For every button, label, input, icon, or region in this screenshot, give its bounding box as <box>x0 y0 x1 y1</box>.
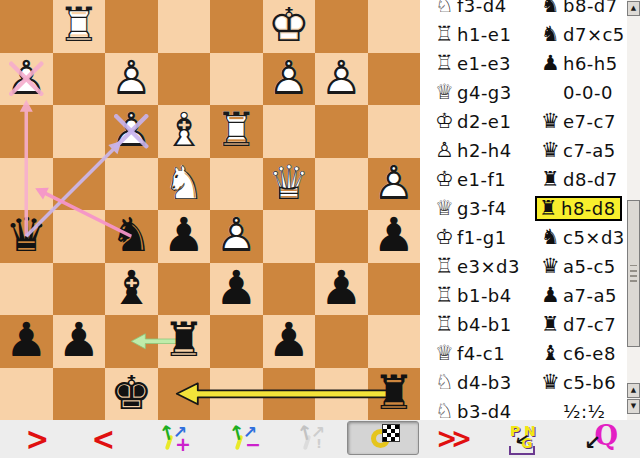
white-move-text: g4-g3 <box>457 82 512 103</box>
white-move-13[interactable]: ♕f4-c1 <box>420 343 538 364</box>
black-move-2[interactable]: ♞d7×c5 <box>538 24 625 45</box>
fast-forward-button-icon: >> <box>436 423 466 455</box>
square-b2[interactable] <box>53 53 106 106</box>
move-wrap: ♛c7-a5 <box>541 140 616 161</box>
white-move-2[interactable]: ♖h1-e1 <box>420 24 538 45</box>
move-row-10: ♖e3×d3♛a5-c5 <box>420 252 627 281</box>
black-r-icon: ♜ <box>541 314 563 335</box>
piece-bP-g6[interactable]: ♟ <box>315 263 368 316</box>
square-f5[interactable] <box>263 210 316 263</box>
move-wrap: ♜d7-c7 <box>541 314 616 335</box>
white-Q-icon: ♕ <box>435 343 457 364</box>
white-move-10[interactable]: ♖e3×d3 <box>420 256 538 277</box>
square-g3[interactable] <box>315 105 368 158</box>
black-q-icon: ♛ <box>541 111 563 132</box>
square-h4[interactable]: ♟♙ <box>368 158 421 211</box>
square-h5[interactable]: ♟ <box>368 210 421 263</box>
square-b3[interactable] <box>53 105 106 158</box>
black-move-12[interactable]: ♜d7-c7 <box>538 314 616 335</box>
square-d7[interactable]: ♜ <box>158 315 211 368</box>
retreat-marks-button[interactable]: ↑↗− <box>228 420 262 458</box>
square-c4[interactable] <box>105 158 158 211</box>
square-h1[interactable] <box>368 0 421 53</box>
moves-disabled-button-icon: ↑↗! <box>296 422 330 456</box>
square-d8[interactable] <box>158 368 211 421</box>
square-d2[interactable] <box>158 53 211 106</box>
square-d6[interactable] <box>158 263 211 316</box>
square-h6[interactable] <box>368 263 421 316</box>
square-e6[interactable]: ♟ <box>210 263 263 316</box>
square-b4[interactable] <box>53 158 106 211</box>
black-move-6[interactable]: ♛c7-a5 <box>538 140 616 161</box>
move-row-15: ♘b3-d4½:½ <box>420 397 627 420</box>
move-row-1: ♘f3-d4♞b8-d7 <box>420 0 627 20</box>
piece-wR-e3[interactable]: ♜♖ <box>210 105 263 158</box>
square-e3[interactable]: ♜♖ <box>210 105 263 158</box>
black-move-7[interactable]: ♜d8-d7 <box>538 169 618 190</box>
piece-wB-d3[interactable]: ♝♗ <box>158 105 211 158</box>
square-e4[interactable] <box>210 158 263 211</box>
piece-wP-g2[interactable]: ♟♙ <box>315 53 368 106</box>
white-move-text: f3-d4 <box>457 0 507 16</box>
square-h7[interactable] <box>368 315 421 368</box>
square-g6[interactable]: ♟ <box>315 263 368 316</box>
white-move-9[interactable]: ♔f1-g1 <box>420 227 538 248</box>
scroll-thumb-grip <box>630 265 637 283</box>
square-b7[interactable]: ♟ <box>53 315 106 368</box>
piece-wN-d4[interactable]: ♞♘ <box>158 158 211 211</box>
square-d4[interactable]: ♞♘ <box>158 158 211 211</box>
black-move-text: c7-a5 <box>563 140 616 161</box>
piece-wQ-f4[interactable]: ♛♕ <box>263 158 316 211</box>
scroll-down-button[interactable]: ▼ <box>627 399 640 414</box>
piece-bP-d5[interactable]: ♟ <box>158 210 211 263</box>
square-b6[interactable] <box>53 263 106 316</box>
square-a5[interactable]: ♛ <box>0 210 53 263</box>
white-K-icon: ♔ <box>435 169 457 190</box>
square-c5[interactable]: ♞ <box>105 210 158 263</box>
current-position-icon <box>371 426 395 450</box>
square-g1[interactable] <box>315 0 368 53</box>
black-move-text: c5-b6 <box>563 372 616 393</box>
black-move-text: e7-c7 <box>563 111 616 132</box>
white-move-text: f1-g1 <box>457 227 507 248</box>
move-row-8: ♕g3-f4♜h8-d8 <box>420 194 627 223</box>
black-move-15[interactable]: ½:½ <box>538 401 605 420</box>
piece-bR-h8[interactable]: ♜ <box>368 368 421 421</box>
move-wrap: ♝c6-e8 <box>541 343 616 364</box>
move-row-12: ♖b4-b1♜d7-c7 <box>420 310 627 339</box>
square-h8[interactable]: ♜ <box>368 368 421 421</box>
highlighted-move: ♜h8-d8 <box>535 196 622 221</box>
fast-forward-button[interactable]: >> <box>437 420 465 458</box>
square-g8[interactable] <box>315 368 368 421</box>
white-move-5[interactable]: ♔d2-e1 <box>420 111 538 132</box>
black-q-icon: ♛ <box>541 372 563 393</box>
white-R-icon: ♖ <box>435 314 457 335</box>
white-move-text: e1-e3 <box>457 53 511 74</box>
move-list-scrollbar[interactable]: ▲ ▲ ▼ <box>627 0 640 420</box>
white-move-text: b1-b4 <box>457 285 512 306</box>
white-move-14[interactable]: ♘d4-b3 <box>420 372 538 393</box>
black-move-text: c6-e8 <box>563 343 616 364</box>
white-move-text: e3×d3 <box>457 256 520 277</box>
black-move-text: c5×d3 <box>563 227 625 248</box>
black-r-icon: ♜ <box>539 198 561 219</box>
piece-bK-c8[interactable]: ♚ <box>105 368 158 421</box>
move-row-7: ♔e1-f1♜d8-d7 <box>420 165 627 194</box>
black-move-text: b8-d7 <box>563 0 618 16</box>
white-move-11[interactable]: ♖b1-b4 <box>420 285 538 306</box>
next-move-button[interactable]: > <box>26 420 49 458</box>
piece-bP-b7[interactable]: ♟ <box>53 315 106 368</box>
square-a4[interactable] <box>0 158 53 211</box>
white-N-icon: ♘ <box>435 0 457 16</box>
piece-wK-f1[interactable]: ♚♔ <box>263 0 316 53</box>
white-K-icon: ♔ <box>435 111 457 132</box>
black-move-4[interactable]: 0-0-0 <box>538 82 613 103</box>
white-move-15[interactable]: ♘b3-d4 <box>420 401 538 420</box>
move-list-rows: ♘f3-d4♞b8-d7♖h1-e1♞d7×c5♖e1-e3♟h6-h5♕g4-… <box>420 0 627 420</box>
black-move-14[interactable]: ♛c5-b6 <box>538 372 616 393</box>
square-f6[interactable] <box>263 263 316 316</box>
white-move-text: h2-h4 <box>457 140 512 161</box>
white-move-4[interactable]: ♕g4-g3 <box>420 82 538 103</box>
black-move-text: 0-0-0 <box>563 82 613 103</box>
retreat-marks-button-icon: ↑↗− <box>228 422 262 456</box>
square-f4[interactable]: ♛♕ <box>263 158 316 211</box>
move-wrap: ♞d7×c5 <box>541 24 625 45</box>
square-g2[interactable]: ♟♙ <box>315 53 368 106</box>
white-R-icon: ♖ <box>435 24 457 45</box>
move-row-3: ♖e1-e3♟h6-h5 <box>420 49 627 78</box>
white-K-icon: ♔ <box>435 227 457 248</box>
square-e7[interactable] <box>210 315 263 368</box>
move-wrap: ♟h6-h5 <box>541 53 618 74</box>
white-move-text: d4-b3 <box>457 372 512 393</box>
white-move-1[interactable]: ♘f3-d4 <box>420 0 538 16</box>
square-e5[interactable]: ♟♙ <box>210 210 263 263</box>
white-Q-icon: ♕ <box>435 82 457 103</box>
black-move-text: h6-h5 <box>563 53 618 74</box>
black-r-icon: ♜ <box>541 169 563 190</box>
move-row-4: ♕g4-g30-0-0 <box>420 78 627 107</box>
square-c3[interactable]: ♟♙ <box>105 105 158 158</box>
black-move-8[interactable]: ♜h8-d8 <box>538 196 622 221</box>
black-move-11[interactable]: ♟a7-a5 <box>538 285 617 306</box>
move-row-11: ♖b1-b4♟a7-a5 <box>420 281 627 310</box>
piece-wP-e5[interactable]: ♟♙ <box>210 210 263 263</box>
white-move-text: g3-f4 <box>457 198 507 219</box>
square-f1[interactable]: ♚♔ <box>263 0 316 53</box>
board-squares: ♜♖♚♔♟♙♟♙♟♙♟♙♟♙♝♗♜♖♞♘♛♕♟♙♛♞♟♟♙♟♝♟♟♟♟♜♟♚♜ <box>0 0 420 420</box>
promotion-piece-button[interactable]: Q↙ <box>584 420 618 458</box>
move-wrap: ♞c5×d3 <box>541 227 625 248</box>
square-f7[interactable]: ♟ <box>263 315 316 368</box>
piece-wP-c2[interactable]: ♟♙ <box>105 53 158 106</box>
white-N-icon: ♘ <box>435 401 457 420</box>
black-move-text: d8-d7 <box>563 169 618 190</box>
piece-wP-f2[interactable]: ♟♙ <box>263 53 316 106</box>
move-wrap: ½:½ <box>541 401 605 420</box>
square-g5[interactable] <box>315 210 368 263</box>
black-move-5[interactable]: ♛e7-c7 <box>538 111 616 132</box>
white-R-icon: ♖ <box>435 53 457 74</box>
black-move-text: d7×c5 <box>563 24 625 45</box>
move-row-6: ♙h2-h4♛c7-a5 <box>420 136 627 165</box>
eboard-window: ♜♖♚♔♟♙♟♙♟♙♟♙♟♙♝♗♜♖♞♘♛♕♟♙♛♞♟♟♙♟♝♟♟♟♟♜♟♚♜ … <box>0 0 640 458</box>
move-wrap: 0-0-0 <box>541 82 613 103</box>
move-list: ♘f3-d4♞b8-d7♖h1-e1♞d7×c5♖e1-e3♟h6-h5♕g4-… <box>420 0 627 420</box>
square-a6[interactable] <box>0 263 53 316</box>
white-Q-icon: ♕ <box>435 198 457 219</box>
square-a3[interactable] <box>0 105 53 158</box>
white-move-text: b3-d4 <box>457 401 512 420</box>
white-move-6[interactable]: ♙h2-h4 <box>420 140 538 161</box>
square-c7[interactable] <box>105 315 158 368</box>
piece-wP-a2[interactable]: ♟♙ <box>0 53 53 106</box>
move-wrap: ♛a5-c5 <box>541 256 616 277</box>
white-move-3[interactable]: ♖e1-e3 <box>420 53 538 74</box>
move-row-5: ♔d2-e1♛e7-c7 <box>420 107 627 136</box>
advance-marks-button-icon: ↑↗+ <box>158 422 192 456</box>
chess-board: ♜♖♚♔♟♙♟♙♟♙♟♙♟♙♝♗♜♖♞♘♛♕♟♙♛♞♟♟♙♟♝♟♟♟♟♜♟♚♜ <box>0 0 420 420</box>
white-N-icon: ♘ <box>435 372 457 393</box>
square-e1[interactable] <box>210 0 263 53</box>
piece-bB-c6[interactable]: ♝ <box>105 263 158 316</box>
move-row-14: ♘d4-b3♛c5-b6 <box>420 368 627 397</box>
square-c1[interactable] <box>105 0 158 53</box>
square-f3[interactable] <box>263 105 316 158</box>
black-move-9[interactable]: ♞c5×d3 <box>538 227 625 248</box>
piece-wP-h4[interactable]: ♟♙ <box>368 158 421 211</box>
next-move-button-icon: > <box>25 421 49 457</box>
black-q-icon: ♛ <box>541 256 563 277</box>
square-d1[interactable] <box>158 0 211 53</box>
black-move-1[interactable]: ♞b8-d7 <box>538 0 618 16</box>
black-move-13[interactable]: ♝c6-e8 <box>538 343 616 364</box>
move-row-9: ♔f1-g1♞c5×d3 <box>420 223 627 252</box>
piece-bR-d7[interactable]: ♜ <box>158 315 211 368</box>
piece-bP-a7[interactable]: ♟ <box>0 315 53 368</box>
square-h2[interactable] <box>368 53 421 106</box>
white-R-icon: ♖ <box>435 285 457 306</box>
scroll-thumb[interactable] <box>627 200 640 347</box>
square-a2[interactable]: ♟♙ <box>0 53 53 106</box>
square-b8[interactable] <box>53 368 106 421</box>
piece-wP-c3[interactable]: ♟♙ <box>105 105 158 158</box>
white-move-text: h1-e1 <box>457 24 511 45</box>
square-d5[interactable]: ♟ <box>158 210 211 263</box>
white-move-text: b4-b1 <box>457 314 512 335</box>
previous-move-button-icon: < <box>91 421 115 457</box>
square-b1[interactable]: ♜♖ <box>53 0 106 53</box>
piece-bP-f7[interactable]: ♟ <box>263 315 316 368</box>
black-b-icon: ♝ <box>541 343 563 364</box>
black-move-text: a5-c5 <box>563 256 616 277</box>
white-move-text: d2-e1 <box>457 111 511 132</box>
square-g4[interactable] <box>315 158 368 211</box>
white-move-12[interactable]: ♖b4-b1 <box>420 314 538 335</box>
move-row-13: ♕f4-c1♝c6-e8 <box>420 339 627 368</box>
black-n-icon: ♞ <box>541 227 563 248</box>
move-wrap: ♟a7-a5 <box>541 285 617 306</box>
square-e2[interactable] <box>210 53 263 106</box>
pgn-file-icon: PNG↙ <box>507 423 539 455</box>
piece-bN-c5[interactable]: ♞ <box>105 210 158 263</box>
move-wrap: ♞b8-d7 <box>541 0 618 16</box>
move-row-2: ♖h1-e1♞d7×c5 <box>420 20 627 49</box>
promotion-queen-icon: Q↙ <box>584 422 618 456</box>
black-move-text: a7-a5 <box>563 285 617 306</box>
square-g7[interactable] <box>315 315 368 368</box>
white-P-icon: ♙ <box>435 140 457 161</box>
square-d3[interactable]: ♝♗ <box>158 105 211 158</box>
black-n-icon: ♞ <box>541 0 563 16</box>
black-p-icon: ♟ <box>541 53 563 74</box>
previous-move-button[interactable]: < <box>92 420 115 458</box>
square-a1[interactable] <box>0 0 53 53</box>
move-wrap: ♛e7-c7 <box>541 111 616 132</box>
piece-bP-h5[interactable]: ♟ <box>368 210 421 263</box>
toolbar: ><↑↗+↑↗−↑↗!>>PNG↙Q↙ <box>0 420 640 458</box>
square-a8[interactable] <box>0 368 53 421</box>
white-move-text: f4-c1 <box>457 343 505 364</box>
black-move-text: ½:½ <box>563 401 605 420</box>
scroll-up-button[interactable]: ▲ <box>627 1 640 16</box>
piece-bP-e6[interactable]: ♟ <box>210 263 263 316</box>
black-q-icon: ♛ <box>541 140 563 161</box>
moves-disabled-button[interactable]: ↑↗! <box>296 420 330 458</box>
white-move-7[interactable]: ♔e1-f1 <box>420 169 538 190</box>
black-move-10[interactable]: ♛a5-c5 <box>538 256 616 277</box>
scroll-up-button-bottom[interactable]: ▲ <box>627 383 640 398</box>
square-a7[interactable]: ♟ <box>0 315 53 368</box>
black-move-text: h8-d8 <box>561 198 616 219</box>
square-c2[interactable]: ♟♙ <box>105 53 158 106</box>
goto-current-button[interactable] <box>347 421 419 455</box>
move-wrap: ♜d8-d7 <box>541 169 618 190</box>
square-c8[interactable]: ♚ <box>105 368 158 421</box>
white-R-icon: ♖ <box>435 256 457 277</box>
advance-marks-button[interactable]: ↑↗+ <box>158 420 192 458</box>
save-pgn-button[interactable]: PNG↙ <box>507 420 539 458</box>
square-b5[interactable] <box>53 210 106 263</box>
move-wrap: ♛c5-b6 <box>541 372 616 393</box>
white-move-8[interactable]: ♕g3-f4 <box>420 198 538 219</box>
square-e8[interactable] <box>210 368 263 421</box>
black-move-text: d7-c7 <box>563 314 616 335</box>
square-f8[interactable] <box>263 368 316 421</box>
square-h3[interactable] <box>368 105 421 158</box>
black-n-icon: ♞ <box>541 24 563 45</box>
white-move-text: e1-f1 <box>457 169 506 190</box>
square-f2[interactable]: ♟♙ <box>263 53 316 106</box>
square-c6[interactable]: ♝ <box>105 263 158 316</box>
black-move-3[interactable]: ♟h6-h5 <box>538 53 618 74</box>
black-p-icon: ♟ <box>541 285 563 306</box>
piece-wR-b1[interactable]: ♜♖ <box>53 0 106 53</box>
piece-bQ-a5[interactable]: ♛ <box>0 210 53 263</box>
